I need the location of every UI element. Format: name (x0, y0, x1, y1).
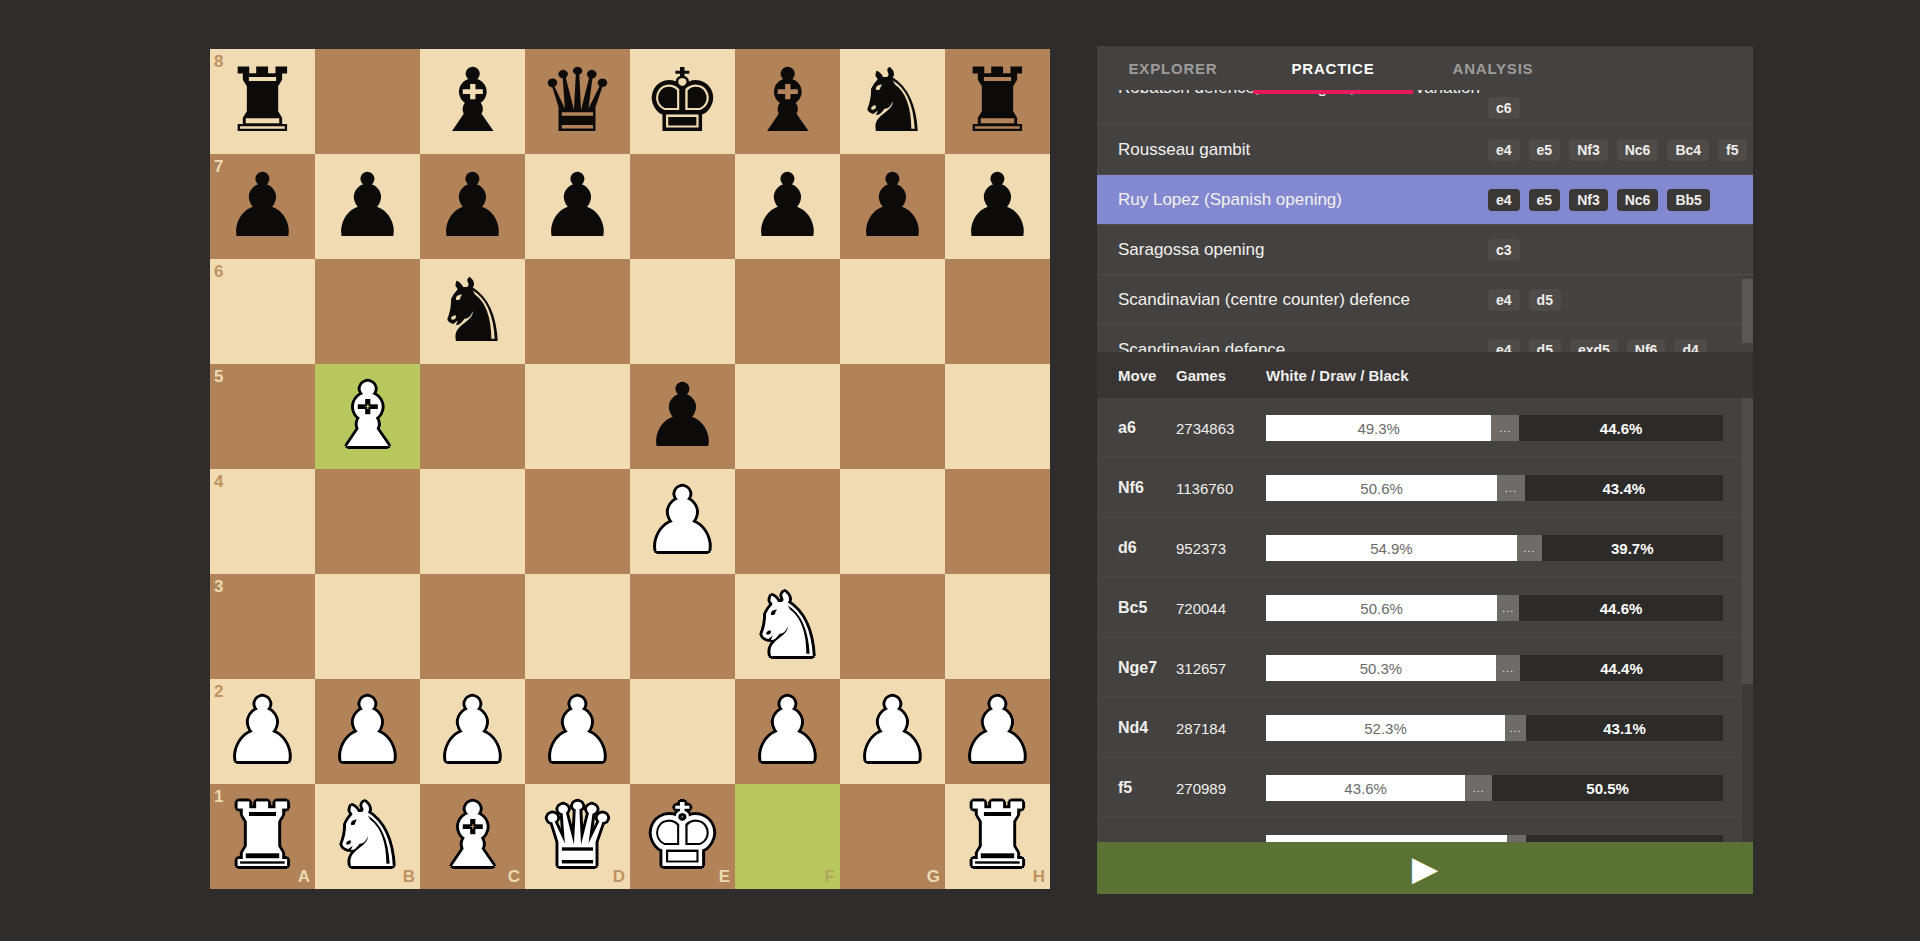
square-g7[interactable]: ♟ (840, 154, 945, 259)
square-h8[interactable]: ♜ (945, 49, 1050, 154)
black-percent: 50.5% (1492, 775, 1723, 801)
black-pawn[interactable]: ♟ (945, 154, 1050, 259)
black-percent: 44.6% (1519, 595, 1723, 621)
white-bishop[interactable]: ♝ (420, 784, 525, 889)
move-badge: Nf6 (1627, 339, 1666, 353)
black-pawn[interactable]: ♟ (210, 154, 315, 259)
stats-games: 287184 (1176, 719, 1226, 736)
move-badge: exd5 (1570, 339, 1618, 353)
square-h6[interactable] (945, 259, 1050, 364)
result-bar: 52.3%...43.1% (1266, 715, 1723, 741)
result-bar: 50.6%...44.6% (1266, 595, 1723, 621)
stats-games: 952373 (1176, 539, 1226, 556)
opening-row[interactable]: Robatsch defence, two knights, Suttles v… (1097, 90, 1753, 125)
move-badge: f5 (1718, 139, 1746, 161)
square-d5[interactable] (525, 364, 630, 469)
square-c2[interactable]: ♟ (420, 679, 525, 784)
square-d3[interactable] (525, 574, 630, 679)
move-badge: Nf3 (1569, 139, 1608, 161)
square-b6[interactable] (315, 259, 420, 364)
white-pawn[interactable]: ♟ (945, 679, 1050, 784)
black-king[interactable]: ♚ (630, 49, 735, 154)
move-badge: c6 (1488, 97, 1520, 119)
square-d6[interactable] (525, 259, 630, 364)
opening-moves: c3 (1488, 239, 1520, 261)
stats-move: Nge7 (1118, 659, 1157, 677)
white-rook[interactable]: ♜ (210, 784, 315, 889)
square-f6[interactable] (735, 259, 840, 364)
white-percent: 50.6% (1266, 475, 1497, 501)
square-c4[interactable] (420, 469, 525, 574)
draw-percent: ... (1496, 655, 1520, 681)
black-rook[interactable]: ♜ (210, 49, 315, 154)
tab-explorer[interactable]: EXPLORER (1093, 46, 1253, 90)
opening-name: Rousseau gambit (1118, 140, 1250, 160)
stats-move: Bc5 (1118, 599, 1147, 617)
tab-practice[interactable]: PRACTICE (1253, 46, 1413, 90)
result-bar: 52.7%...43.1% (1266, 835, 1723, 842)
move-badge: e4 (1488, 289, 1520, 311)
square-e6[interactable] (630, 259, 735, 364)
square-h1[interactable]: H♜ (945, 784, 1050, 889)
move-badge: Nc6 (1617, 139, 1659, 161)
opening-moves: e4e5Nf3Nc6Bb5 (1488, 189, 1710, 211)
result-bar: 50.3%...44.4% (1266, 655, 1723, 681)
square-d2[interactable]: ♟ (525, 679, 630, 784)
black-bishop[interactable]: ♝ (735, 49, 840, 154)
square-h3[interactable] (945, 574, 1050, 679)
stats-games: 312657 (1176, 659, 1226, 676)
square-b8[interactable] (315, 49, 420, 154)
draw-percent: ... (1507, 835, 1526, 842)
chess-board[interactable]: 8♜♝♛♚♝♞♜7♟♟♟♟♟♟♟6♞5♝♟4♟3♞2♟♟♟♟♟♟♟1A♜B♞C♝… (210, 49, 1050, 889)
move-badge: e4 (1488, 189, 1520, 211)
square-b3[interactable] (315, 574, 420, 679)
move-badge: Bb5 (1667, 189, 1709, 211)
move-badge: e4 (1488, 339, 1520, 353)
stats-move: Nf6 (1118, 479, 1144, 497)
black-percent: 39.7% (1542, 535, 1723, 561)
file-label: F (825, 867, 835, 887)
opening-name: Scandinavian (centre counter) defence (1118, 290, 1410, 310)
white-pawn[interactable]: ♟ (420, 679, 525, 784)
white-pawn[interactable]: ♟ (630, 469, 735, 574)
black-queen[interactable]: ♛ (525, 49, 630, 154)
white-percent: 43.6% (1266, 775, 1465, 801)
opening-moves: e4d5 (1488, 289, 1561, 311)
white-king[interactable]: ♚ (630, 784, 735, 889)
square-f2[interactable]: ♟ (735, 679, 840, 784)
play-icon: ▶ (1412, 842, 1438, 894)
stats-games: 720044 (1176, 599, 1226, 616)
move-badge: e5 (1529, 139, 1561, 161)
square-d1[interactable]: D♛ (525, 784, 630, 889)
move-badge: d5 (1529, 289, 1561, 311)
square-g3[interactable] (840, 574, 945, 679)
draw-percent: ... (1497, 475, 1524, 501)
black-pawn[interactable]: ♟ (630, 364, 735, 469)
opening-moves: c6 (1488, 97, 1520, 119)
white-percent: 52.7% (1266, 835, 1507, 842)
square-b5[interactable]: ♝ (315, 364, 420, 469)
stats-games: 270989 (1176, 779, 1226, 796)
square-f3[interactable]: ♞ (735, 574, 840, 679)
stats-scrollbar-thumb[interactable] (1742, 398, 1753, 684)
black-percent: 44.4% (1520, 655, 1723, 681)
square-a7[interactable]: 7♟ (210, 154, 315, 259)
black-bishop[interactable]: ♝ (420, 49, 525, 154)
square-a4[interactable]: 4 (210, 469, 315, 574)
square-c5[interactable] (420, 364, 525, 469)
square-h4[interactable] (945, 469, 1050, 574)
stats-row[interactable]: a6273486349.3%...44.6% (1097, 398, 1753, 458)
square-e4[interactable]: ♟ (630, 469, 735, 574)
rank-label: 5 (214, 367, 223, 387)
openings-scrollbar-thumb[interactable] (1742, 279, 1753, 343)
opening-row[interactable]: Rousseau gambite4e5Nf3Nc6Bc4f5 (1097, 125, 1753, 175)
square-c1[interactable]: C♝ (420, 784, 525, 889)
opening-row[interactable]: Scandinavian (centre counter) defencee4d… (1097, 275, 1753, 325)
square-d4[interactable] (525, 469, 630, 574)
opening-moves: e4d5exd5Nf6d4 (1488, 339, 1707, 353)
move-badge: Nf3 (1569, 189, 1608, 211)
result-bar: 43.6%...50.5% (1266, 775, 1723, 801)
black-percent: 43.4% (1525, 475, 1723, 501)
black-pawn[interactable]: ♟ (735, 154, 840, 259)
black-knight[interactable]: ♞ (420, 259, 525, 364)
header-games: Games (1176, 367, 1226, 384)
square-e3[interactable] (630, 574, 735, 679)
square-b7[interactable]: ♟ (315, 154, 420, 259)
stats-games: 2734863 (1176, 419, 1234, 436)
move-badge: Nc6 (1617, 189, 1659, 211)
square-a5[interactable]: 5 (210, 364, 315, 469)
square-g6[interactable] (840, 259, 945, 364)
move-badge: e5 (1529, 189, 1561, 211)
stats-row[interactable]: 52.7%...43.1% (1097, 818, 1753, 842)
opening-row[interactable]: Saragossa openingc3 (1097, 225, 1753, 275)
draw-percent: ... (1497, 595, 1519, 621)
square-a3[interactable]: 3 (210, 574, 315, 679)
rank-label: 4 (214, 472, 223, 492)
white-knight[interactable]: ♞ (735, 574, 840, 679)
square-g1[interactable]: G (840, 784, 945, 889)
stats-table: a6273486349.3%...44.6%Nf6113676050.6%...… (1097, 398, 1753, 842)
stats-games: 1136760 (1176, 479, 1233, 496)
opening-row[interactable]: Scandinavian defencee4d5exd5Nf6d4 (1097, 325, 1753, 352)
result-bar: 54.9%...39.7% (1266, 535, 1723, 561)
square-a2[interactable]: 2♟ (210, 679, 315, 784)
openings-list: Robatsch defence, two knights, Suttles v… (1097, 90, 1753, 352)
stats-row[interactable]: Nd428718452.3%...43.1% (1097, 698, 1753, 758)
stats-row[interactable]: d695237354.9%...39.7% (1097, 518, 1753, 578)
result-bar: 49.3%...44.6% (1266, 415, 1723, 441)
tab-bar: EXPLORER PRACTICE ANALYSIS (1097, 46, 1753, 90)
black-rook[interactable]: ♜ (945, 49, 1050, 154)
square-c7[interactable]: ♟ (420, 154, 525, 259)
stats-row[interactable]: Bc572004450.6%...44.6% (1097, 578, 1753, 638)
black-pawn[interactable]: ♟ (525, 154, 630, 259)
square-c3[interactable] (420, 574, 525, 679)
white-pawn[interactable]: ♟ (840, 679, 945, 784)
stats-table-header: Move Games White / Draw / Black (1097, 352, 1753, 398)
square-f5[interactable] (735, 364, 840, 469)
draw-percent: ... (1505, 715, 1526, 741)
black-knight[interactable]: ♞ (840, 49, 945, 154)
black-pawn[interactable]: ♟ (315, 154, 420, 259)
square-g4[interactable] (840, 469, 945, 574)
square-h2[interactable]: ♟ (945, 679, 1050, 784)
square-c8[interactable]: ♝ (420, 49, 525, 154)
white-percent: 49.3% (1266, 415, 1491, 441)
move-badge: d5 (1529, 339, 1561, 353)
opening-moves: e4e5Nf3Nc6Bc4f5 (1488, 139, 1747, 161)
square-a8[interactable]: 8♜ (210, 49, 315, 154)
white-pawn[interactable]: ♟ (735, 679, 840, 784)
header-move: Move (1118, 367, 1156, 384)
white-pawn[interactable]: ♟ (315, 679, 420, 784)
black-pawn[interactable]: ♟ (840, 154, 945, 259)
white-knight[interactable]: ♞ (315, 784, 420, 889)
move-badge: Bc4 (1667, 139, 1709, 161)
tab-analysis[interactable]: ANALYSIS (1413, 46, 1573, 90)
square-a1[interactable]: 1A♜ (210, 784, 315, 889)
square-g8[interactable]: ♞ (840, 49, 945, 154)
square-h5[interactable] (945, 364, 1050, 469)
move-badge: c3 (1488, 239, 1520, 261)
square-b4[interactable] (315, 469, 420, 574)
rank-label: 6 (214, 262, 223, 282)
white-rook[interactable]: ♜ (945, 784, 1050, 889)
square-e7[interactable] (630, 154, 735, 259)
rank-label: 3 (214, 577, 223, 597)
opening-name: Saragossa opening (1118, 240, 1265, 260)
square-e1[interactable]: E♚ (630, 784, 735, 889)
black-pawn[interactable]: ♟ (420, 154, 525, 259)
white-percent: 52.3% (1266, 715, 1505, 741)
square-b2[interactable]: ♟ (315, 679, 420, 784)
opening-name: Ruy Lopez (Spanish opening) (1118, 190, 1342, 210)
square-e8[interactable]: ♚ (630, 49, 735, 154)
black-percent: 43.1% (1526, 715, 1723, 741)
square-h7[interactable]: ♟ (945, 154, 1050, 259)
stats-move: a6 (1118, 419, 1136, 437)
stats-row[interactable]: f527098943.6%...50.5% (1097, 758, 1753, 818)
square-e5[interactable]: ♟ (630, 364, 735, 469)
square-d8[interactable]: ♛ (525, 49, 630, 154)
white-pawn[interactable]: ♟ (210, 679, 315, 784)
square-f8[interactable]: ♝ (735, 49, 840, 154)
white-percent: 50.6% (1266, 595, 1497, 621)
black-percent: 44.6% (1519, 415, 1723, 441)
black-percent: 43.1% (1526, 835, 1723, 842)
square-d7[interactable]: ♟ (525, 154, 630, 259)
opening-name: Scandinavian defence (1118, 340, 1285, 353)
header-white-draw-black: White / Draw / Black (1266, 367, 1409, 384)
white-bishop[interactable]: ♝ (315, 364, 420, 469)
play-button[interactable]: ▶ (1097, 842, 1753, 894)
square-g2[interactable]: ♟ (840, 679, 945, 784)
draw-percent: ... (1517, 535, 1542, 561)
square-f4[interactable] (735, 469, 840, 574)
square-a6[interactable]: 6 (210, 259, 315, 364)
white-pawn[interactable]: ♟ (525, 679, 630, 784)
square-e2[interactable] (630, 679, 735, 784)
stats-move: f5 (1118, 779, 1132, 797)
square-f7[interactable]: ♟ (735, 154, 840, 259)
move-badge: d4 (1674, 339, 1706, 353)
white-queen[interactable]: ♛ (525, 784, 630, 889)
white-percent: 50.3% (1266, 655, 1496, 681)
draw-percent: ... (1465, 775, 1492, 801)
white-percent: 54.9% (1266, 535, 1517, 561)
stats-row[interactable]: Nf6113676050.6%...43.4% (1097, 458, 1753, 518)
stats-move: d6 (1118, 539, 1137, 557)
draw-percent: ... (1491, 415, 1519, 441)
square-f1[interactable]: F (735, 784, 840, 889)
result-bar: 50.6%...43.4% (1266, 475, 1723, 501)
stats-move: Nd4 (1118, 719, 1148, 737)
square-g5[interactable] (840, 364, 945, 469)
opening-explorer-panel: EXPLORER PRACTICE ANALYSIS Robatsch defe… (1097, 46, 1753, 894)
active-tab-underline (1253, 90, 1413, 94)
file-label: G (927, 867, 940, 887)
square-b1[interactable]: B♞ (315, 784, 420, 889)
stats-row[interactable]: Nge731265750.3%...44.4% (1097, 638, 1753, 698)
move-badge: e4 (1488, 139, 1520, 161)
square-c6[interactable]: ♞ (420, 259, 525, 364)
opening-row[interactable]: Ruy Lopez (Spanish opening)e4e5Nf3Nc6Bb5 (1097, 175, 1753, 225)
